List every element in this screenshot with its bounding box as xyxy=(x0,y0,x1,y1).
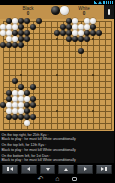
board-point[interactable] xyxy=(36,18,42,24)
black-stone[interactable] xyxy=(36,18,42,24)
star-point xyxy=(54,72,60,78)
last-move-button[interactable] xyxy=(96,165,112,174)
star-point xyxy=(90,72,96,78)
wifi-icon xyxy=(98,1,102,4)
clock-icon xyxy=(106,1,113,4)
board-point[interactable] xyxy=(30,102,36,108)
first-move-button[interactable] xyxy=(2,165,18,174)
bottom-bar: ↶⌂ xyxy=(0,163,114,182)
variation-up-button[interactable] xyxy=(58,165,74,174)
problem-descriptions: On the top right, for 25th Kyu :Black to… xyxy=(0,131,114,163)
android-nav-bar: ↶⌂ xyxy=(0,175,114,183)
home-icon[interactable]: ⌂ xyxy=(55,175,59,182)
black-stone[interactable] xyxy=(24,36,30,42)
board-point[interactable] xyxy=(30,24,36,30)
black-player-info: Black 0 xyxy=(10,6,46,16)
black-stone[interactable] xyxy=(96,30,102,36)
battery-icon xyxy=(103,1,105,4)
step-back-icon xyxy=(27,167,30,171)
problem-task: Black to play : he must kill White uncon… xyxy=(2,158,115,162)
skip-to-first-icon xyxy=(7,167,9,172)
go-board[interactable] xyxy=(0,19,114,131)
overflow-menu-icon xyxy=(108,9,110,15)
board-point[interactable] xyxy=(24,36,30,42)
white-stone[interactable] xyxy=(24,120,30,126)
board-point[interactable] xyxy=(30,84,36,90)
white-player-info: White 0 xyxy=(66,6,102,16)
board-point[interactable] xyxy=(18,42,24,48)
board-point[interactable] xyxy=(96,30,102,36)
black-stone-icon xyxy=(51,6,60,15)
problem-description: On the top left, for 12th Kyu :Black to … xyxy=(2,143,115,152)
down-icon xyxy=(46,168,50,171)
problem-description: On the bottom left, for 1st Dan :Black t… xyxy=(2,154,115,163)
signal-icon xyxy=(94,1,97,4)
app-screen: Black 0 White 0 On the top right, for 25… xyxy=(0,0,114,182)
black-stone[interactable] xyxy=(84,36,90,42)
board-point[interactable] xyxy=(84,36,90,42)
skip-to-last-icon xyxy=(101,167,104,171)
overflow-menu-button[interactable] xyxy=(104,5,114,19)
skip-to-first-icon xyxy=(10,167,13,171)
black-stone[interactable] xyxy=(30,84,36,90)
black-stone[interactable] xyxy=(30,102,36,108)
black-stone[interactable] xyxy=(30,24,36,30)
black-stone[interactable] xyxy=(30,114,36,120)
white-captures: 0 xyxy=(66,11,102,16)
up-icon xyxy=(64,168,68,171)
skip-to-last-icon xyxy=(105,167,107,172)
previous-move-button[interactable] xyxy=(21,165,37,174)
black-stone[interactable] xyxy=(78,48,84,54)
variation-down-button[interactable] xyxy=(40,165,56,174)
star-point xyxy=(54,36,60,42)
move-controls xyxy=(0,163,114,174)
back-icon[interactable]: ↶ xyxy=(37,175,43,182)
problem-task: Black to play : he must kill White uncon… xyxy=(2,137,115,141)
game-header: Black 0 White 0 xyxy=(0,5,114,19)
problem-description: On the top right, for 25th Kyu :Black to… xyxy=(2,133,115,142)
black-captures: 0 xyxy=(10,11,46,16)
board-point[interactable] xyxy=(24,120,30,126)
step-forward-icon xyxy=(84,167,87,171)
star-point xyxy=(54,108,60,114)
star-point xyxy=(90,36,96,42)
recents-icon[interactable] xyxy=(72,177,77,181)
star-point xyxy=(90,108,96,114)
black-stone[interactable] xyxy=(18,42,24,48)
problem-task: Black to play : he must kill White uncon… xyxy=(2,147,115,151)
next-move-button[interactable] xyxy=(77,165,93,174)
board-point[interactable] xyxy=(30,114,36,120)
board-point[interactable] xyxy=(78,48,84,54)
star-point xyxy=(18,72,24,78)
